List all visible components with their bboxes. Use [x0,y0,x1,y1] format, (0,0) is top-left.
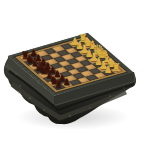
chess-set-photo: ♜♞♝♛♚♝♞♜♟♟♟♟♟♟♟♟♟♟♟♟♟♟♟♟♜♞♝♛♚♝♞♜ [0,0,150,150]
